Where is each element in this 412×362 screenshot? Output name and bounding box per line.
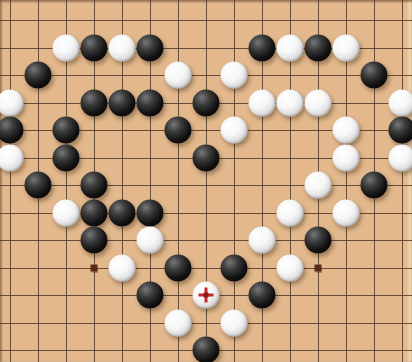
white-stone [165,309,192,336]
black-stone [137,199,164,226]
black-stone [305,227,332,254]
black-stone [109,89,136,116]
black-stone [25,62,52,89]
white-stone [53,34,80,61]
white-stone [305,172,332,199]
black-stone [389,117,412,144]
white-stone [165,62,192,89]
white-stone [389,89,412,116]
black-stone [165,254,192,281]
black-stone [53,117,80,144]
grid-line-vertical-7 [178,0,179,362]
star-point [91,264,98,271]
grid-line-horizontal-3 [0,75,412,76]
white-stone [193,282,220,309]
black-stone [249,34,276,61]
black-stone [361,62,388,89]
white-stone [277,199,304,226]
white-stone [0,144,24,171]
black-stone [361,172,388,199]
white-stone [221,309,248,336]
black-stone [221,254,248,281]
white-stone [277,89,304,116]
go-board[interactable] [0,0,412,362]
white-stone [109,254,136,281]
white-stone [389,144,412,171]
black-stone [81,227,108,254]
black-stone [137,34,164,61]
black-stone [305,34,332,61]
white-stone [221,62,248,89]
white-stone [53,199,80,226]
black-stone [81,89,108,116]
white-stone [0,89,24,116]
grid-line-horizontal-10 [0,268,412,269]
white-stone [333,144,360,171]
black-stone [81,34,108,61]
black-stone [165,117,192,144]
grid-line-horizontal-7 [0,185,412,186]
white-stone [137,227,164,254]
black-stone [137,89,164,116]
black-stone [137,282,164,309]
grid-line-horizontal-9 [0,240,412,241]
black-stone [249,282,276,309]
grid-line-horizontal-12 [0,323,412,324]
white-stone [109,34,136,61]
black-stone [193,89,220,116]
black-stone [25,172,52,199]
black-stone [0,117,24,144]
black-stone [81,199,108,226]
white-stone [333,34,360,61]
grid-line-vertical-1 [10,0,11,362]
white-stone [305,89,332,116]
white-stone [277,254,304,281]
black-stone [193,337,220,362]
white-stone [277,34,304,61]
go-app-window [0,0,412,362]
grid-line-vertical-9 [234,0,235,362]
white-stone [249,227,276,254]
grid-line-horizontal-1 [0,20,412,21]
grid-line-vertical-15 [402,0,403,362]
white-stone [333,117,360,144]
black-stone [81,172,108,199]
star-point [315,264,322,271]
white-stone [249,89,276,116]
black-stone [53,144,80,171]
white-stone [333,199,360,226]
black-stone [109,199,136,226]
white-stone [221,117,248,144]
black-stone [193,144,220,171]
